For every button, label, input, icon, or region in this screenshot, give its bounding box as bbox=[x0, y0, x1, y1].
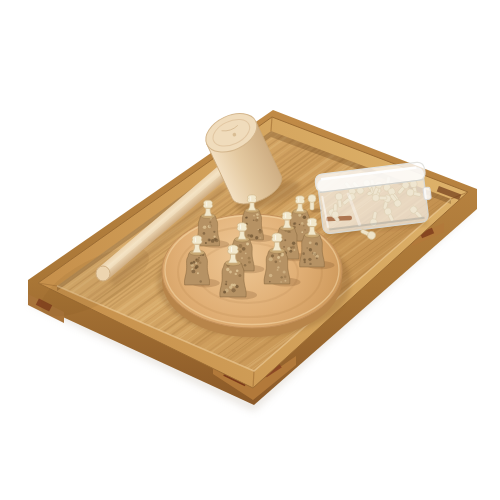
pin-knob bbox=[308, 195, 316, 203]
box-latch bbox=[423, 187, 431, 200]
handle-butt bbox=[96, 266, 110, 281]
product-photo-stage bbox=[0, 0, 500, 500]
hammering-game-photo bbox=[0, 0, 500, 500]
